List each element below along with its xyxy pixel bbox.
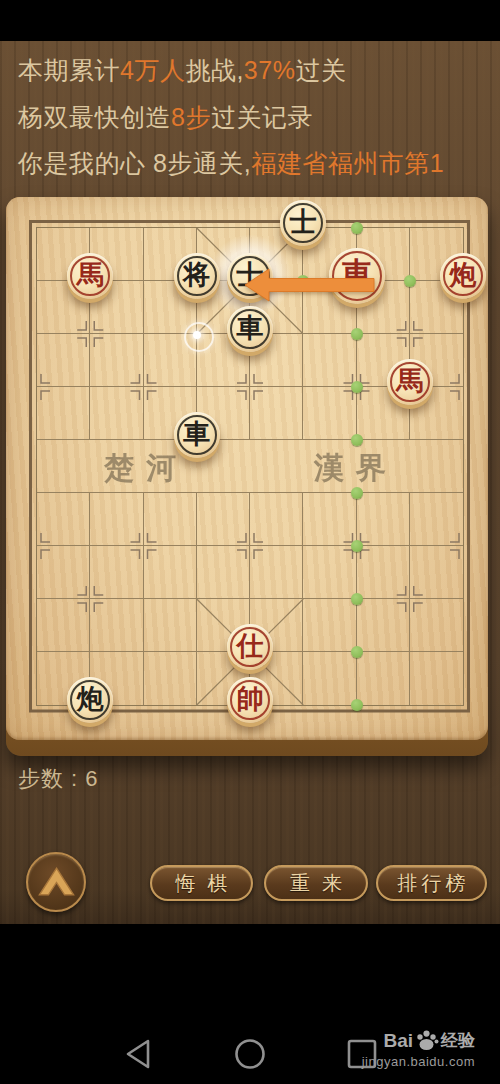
piece-black-chariot[interactable]: 車 [174, 412, 220, 458]
piece-red-chariot[interactable]: 車 [329, 248, 385, 304]
board-cell[interactable] [144, 599, 197, 652]
board-cell[interactable] [410, 599, 463, 652]
board-cell[interactable] [144, 546, 197, 599]
board-cell[interactable] [303, 652, 356, 705]
board-cell[interactable] [303, 334, 356, 387]
board-cell[interactable] [37, 334, 90, 387]
move-hint-dot[interactable] [351, 222, 363, 234]
move-hint-dot[interactable] [404, 275, 416, 287]
piece-glyph: 馬 [396, 363, 423, 399]
piece-red-cannon[interactable]: 炮 [440, 253, 486, 299]
board-cell[interactable] [410, 493, 463, 546]
board-cell[interactable] [303, 493, 356, 546]
paw-icon [415, 1030, 439, 1052]
board-cell[interactable] [37, 440, 90, 493]
watermark-bai-text: Bai [383, 1031, 413, 1051]
stats-line-player: 你是我的心 8步通关,福建省福州市第1 [18, 149, 444, 178]
board-cell[interactable] [250, 387, 303, 440]
board-cell[interactable] [144, 652, 197, 705]
piece-black-advisor[interactable]: 士 [280, 200, 326, 246]
board-cell[interactable] [410, 652, 463, 705]
phone-screen: 本期累计4万人挑战,37%过关 杨双最快创造8步过关记录 你是我的心 8步通关,… [0, 0, 500, 1084]
board-cell[interactable] [250, 546, 303, 599]
board-cell[interactable] [90, 546, 143, 599]
board-cell[interactable] [357, 652, 410, 705]
expand-panel-button[interactable] [26, 852, 86, 912]
board-cell[interactable] [90, 493, 143, 546]
board-cell[interactable] [303, 599, 356, 652]
piece-red-horse[interactable]: 馬 [387, 359, 433, 405]
piece-glyph: 車 [237, 310, 264, 346]
board-cell[interactable] [90, 599, 143, 652]
piece-black-chariot[interactable]: 車 [227, 306, 273, 352]
stats-highlight: 福建省福州市第1 [251, 149, 444, 177]
watermark-url: jingyan.baidu.com [362, 1054, 475, 1069]
nav-back-icon[interactable] [120, 1036, 160, 1076]
nav-home-icon[interactable] [230, 1034, 270, 1074]
stats-line-challengers: 本期累计4万人挑战,37%过关 [18, 56, 346, 85]
move-hint-dot[interactable] [351, 328, 363, 340]
piece-glyph: 仕 [237, 628, 264, 664]
piece-glyph: 士 [290, 204, 317, 240]
leaderboard-button[interactable]: 排行榜 [376, 865, 487, 901]
stats-text: 你是我的心 8步通关, [18, 149, 251, 177]
board-cell[interactable] [197, 493, 250, 546]
board-cell[interactable] [357, 599, 410, 652]
piece-glyph: 炮 [77, 681, 104, 717]
baidu-jingyan-watermark: Bai 经验 jingyan.baidu.com [362, 1030, 475, 1069]
board-cell[interactable] [303, 546, 356, 599]
piece-glyph: 炮 [450, 257, 477, 293]
stats-highlight: 4万人 [120, 56, 185, 84]
piece-glyph: 馬 [77, 257, 104, 293]
chevron-up-icon [29, 854, 84, 909]
stats-highlight: 37% [244, 56, 296, 84]
piece-glyph: 車 [341, 253, 373, 297]
undo-button[interactable]: 悔棋 [150, 865, 253, 901]
board-cell[interactable] [303, 387, 356, 440]
board-cell[interactable] [37, 493, 90, 546]
piece-red-advisor[interactable]: 仕 [227, 624, 273, 670]
board-cell[interactable] [90, 387, 143, 440]
stats-text: 挑战, [185, 56, 243, 84]
board-cell[interactable] [90, 334, 143, 387]
board-cell[interactable] [37, 599, 90, 652]
board-cell[interactable] [410, 546, 463, 599]
board-cell[interactable] [357, 546, 410, 599]
move-hint-dot[interactable] [351, 646, 363, 658]
stats-highlight: 8步 [171, 103, 211, 131]
move-hint-dot[interactable] [351, 540, 363, 552]
piece-glyph: 帥 [237, 681, 264, 717]
river-label-han: 漢界 [314, 448, 398, 489]
piece-black-general[interactable]: 将 [174, 253, 220, 299]
stats-text: 本期累计 [18, 56, 120, 84]
move-hint-dot[interactable] [351, 487, 363, 499]
step-counter-value: 6 [85, 766, 98, 791]
stats-text: 过关记录 [211, 103, 313, 131]
stats-line-record: 杨双最快创造8步过关记录 [18, 103, 313, 132]
stats-text: 杨双最快创造 [18, 103, 171, 131]
restart-button[interactable]: 重来 [264, 865, 368, 901]
board-cell[interactable] [197, 546, 250, 599]
board-cell[interactable] [144, 493, 197, 546]
board-cell[interactable] [410, 440, 463, 493]
piece-glyph: 将 [183, 257, 210, 293]
move-hint-dot[interactable] [351, 593, 363, 605]
piece-red-horse[interactable]: 馬 [67, 253, 113, 299]
move-origin-marker [184, 322, 214, 352]
piece-glyph: 車 [183, 416, 210, 452]
move-hint-dot[interactable] [351, 434, 363, 446]
piece-glyph: 士 [237, 257, 264, 293]
step-counter-label: 步数 : [18, 766, 78, 791]
step-counter: 步数 : 6 [18, 764, 99, 794]
piece-red-general[interactable]: 帥 [227, 677, 273, 723]
piece-black-advisor[interactable]: 士 [227, 253, 273, 299]
piece-black-cannon[interactable]: 炮 [67, 677, 113, 723]
watermark-logo: Bai 经验 [362, 1030, 475, 1052]
board-cell[interactable] [250, 493, 303, 546]
board-cell[interactable] [37, 387, 90, 440]
river-label-chu: 楚河 [104, 448, 188, 489]
move-hint-dot[interactable] [351, 381, 363, 393]
move-hint-dot[interactable] [351, 699, 363, 711]
status-bar [0, 0, 500, 41]
board-cell[interactable] [250, 440, 303, 493]
stats-text: 过关 [295, 56, 346, 84]
board-cell[interactable] [37, 546, 90, 599]
board-cell[interactable] [357, 493, 410, 546]
watermark-jingyan-text: 经验 [441, 1031, 475, 1051]
